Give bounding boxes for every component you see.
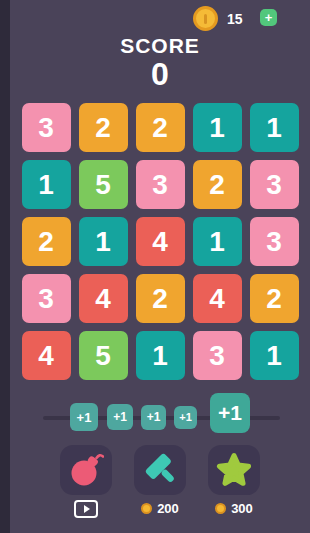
bomb-button[interactable] [60, 445, 112, 495]
queue-next-tile: +1 [210, 393, 250, 433]
next-tile-queue: +1 +1 +1 +1 +1 [10, 391, 310, 443]
grid-tile[interactable]: 4 [193, 274, 242, 323]
hammer-icon [141, 451, 179, 489]
grid-tile[interactable]: 3 [250, 160, 299, 209]
star-price: 300 [231, 501, 253, 516]
hammer-price: 200 [157, 501, 179, 516]
grid-tile[interactable]: 3 [250, 217, 299, 266]
coin-icon [215, 503, 226, 514]
star-button[interactable] [208, 445, 260, 495]
queue-tile: +1 [174, 406, 197, 429]
powerup-bar: 200 300 [10, 445, 310, 516]
coin-icon [141, 503, 152, 514]
grid-tile[interactable]: 4 [22, 331, 71, 380]
powerup-hammer: 200 [134, 445, 186, 516]
grid-tile[interactable]: 3 [22, 103, 71, 152]
game-screen: 15 + SCORE 0 3 2 2 1 1 1 5 3 2 3 2 1 4 1… [10, 0, 310, 533]
grid-tile[interactable]: 1 [250, 103, 299, 152]
grid-tile[interactable]: 5 [79, 331, 128, 380]
grid-tile[interactable]: 3 [22, 274, 71, 323]
grid-tile[interactable]: 3 [136, 160, 185, 209]
grid-tile[interactable]: 1 [79, 217, 128, 266]
powerup-star: 300 [208, 445, 260, 516]
coin-count: 15 [227, 11, 243, 27]
grid-tile[interactable]: 2 [136, 274, 185, 323]
grid-tile[interactable]: 1 [193, 103, 242, 152]
watch-ad-icon[interactable] [74, 500, 98, 518]
score-value: 0 [10, 56, 310, 93]
grid-tile[interactable]: 2 [250, 274, 299, 323]
hammer-button[interactable] [134, 445, 186, 495]
coin-icon [193, 6, 218, 31]
queue-tile: +1 [141, 405, 166, 430]
grid-tile[interactable]: 3 [193, 331, 242, 380]
grid-tile[interactable]: 4 [79, 274, 128, 323]
queue-tile: +1 [107, 404, 133, 430]
bomb-icon [68, 452, 104, 488]
grid-tile[interactable]: 1 [193, 217, 242, 266]
grid-tile[interactable]: 5 [79, 160, 128, 209]
score-label: SCORE [10, 34, 310, 58]
grid-tile[interactable]: 2 [79, 103, 128, 152]
grid-tile[interactable]: 1 [22, 160, 71, 209]
grid-tile[interactable]: 2 [136, 103, 185, 152]
powerup-bomb [60, 445, 112, 516]
board-grid: 3 2 2 1 1 1 5 3 2 3 2 1 4 1 3 3 4 2 4 2 … [10, 103, 310, 380]
grid-tile[interactable]: 1 [250, 331, 299, 380]
star-icon [215, 451, 253, 489]
grid-tile[interactable]: 1 [136, 331, 185, 380]
queue-tile: +1 [70, 403, 98, 431]
grid-tile[interactable]: 2 [22, 217, 71, 266]
grid-tile[interactable]: 2 [193, 160, 242, 209]
add-coins-button[interactable]: + [260, 9, 277, 26]
grid-tile[interactable]: 4 [136, 217, 185, 266]
